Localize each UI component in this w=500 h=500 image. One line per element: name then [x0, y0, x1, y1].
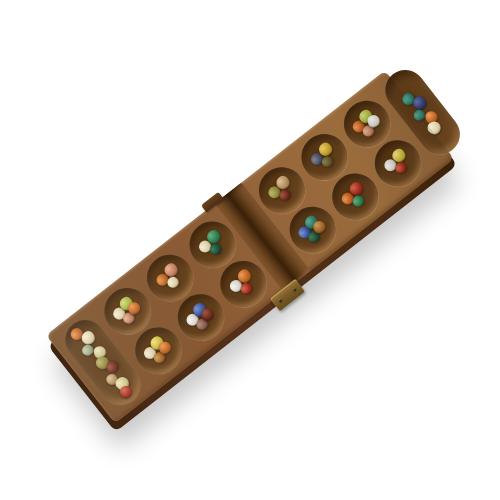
- hinge-screw: [292, 287, 298, 293]
- stone-teal: [411, 108, 426, 123]
- mancala-board: [46, 71, 454, 424]
- hinge-screw: [278, 298, 284, 304]
- stone-red: [119, 385, 133, 399]
- product-photo-scene: [0, 0, 500, 500]
- stone-sage: [79, 343, 94, 358]
- board-top-face: [46, 71, 454, 424]
